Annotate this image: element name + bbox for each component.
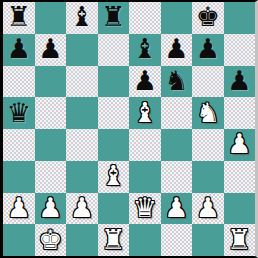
square-a7[interactable]: ♟: [3, 34, 35, 66]
square-f1[interactable]: [161, 224, 193, 256]
square-c4[interactable]: [66, 129, 98, 161]
square-d3[interactable]: ♝: [98, 161, 130, 193]
square-f8[interactable]: [161, 2, 193, 34]
piece-white-pawn[interactable]: ♟: [70, 194, 94, 221]
piece-white-rook[interactable]: ♜: [101, 226, 125, 253]
piece-white-bishop[interactable]: ♝: [101, 162, 125, 189]
square-e1[interactable]: [129, 224, 161, 256]
square-e8[interactable]: [129, 2, 161, 34]
piece-black-pawn[interactable]: ♟: [38, 35, 62, 62]
square-a8[interactable]: ♜: [3, 2, 35, 34]
square-a1[interactable]: [3, 224, 35, 256]
piece-white-pawn[interactable]: ♟: [164, 194, 188, 221]
square-c7[interactable]: [66, 34, 98, 66]
square-c6[interactable]: [66, 66, 98, 98]
square-h3[interactable]: [224, 161, 256, 193]
square-h2[interactable]: [224, 193, 256, 225]
square-d7[interactable]: [98, 34, 130, 66]
piece-black-rook[interactable]: ♜: [101, 3, 125, 30]
piece-black-pawn[interactable]: ♟: [133, 67, 157, 94]
square-a3[interactable]: [3, 161, 35, 193]
piece-black-king[interactable]: ♚: [196, 3, 220, 30]
square-d8[interactable]: ♜: [98, 2, 130, 34]
square-c1[interactable]: [66, 224, 98, 256]
piece-white-pawn[interactable]: ♟: [7, 194, 31, 221]
square-e2[interactable]: ♛: [129, 193, 161, 225]
square-a4[interactable]: [3, 129, 35, 161]
square-f6[interactable]: ♞: [161, 66, 193, 98]
square-b7[interactable]: ♟: [35, 34, 67, 66]
piece-black-bishop[interactable]: ♝: [70, 3, 94, 30]
square-a2[interactable]: ♟: [3, 193, 35, 225]
square-c8[interactable]: ♝: [66, 2, 98, 34]
square-c2[interactable]: ♟: [66, 193, 98, 225]
square-e3[interactable]: [129, 161, 161, 193]
piece-black-pawn[interactable]: ♟: [164, 35, 188, 62]
square-b2[interactable]: ♟: [35, 193, 67, 225]
piece-white-knight[interactable]: ♞: [196, 99, 220, 126]
piece-white-king[interactable]: ♚: [38, 226, 62, 253]
square-d2[interactable]: [98, 193, 130, 225]
piece-black-queen[interactable]: ♛: [7, 99, 31, 126]
square-h6[interactable]: ♟: [224, 66, 256, 98]
piece-black-bishop[interactable]: ♝: [133, 35, 157, 62]
square-e5[interactable]: ♝: [129, 97, 161, 129]
square-a6[interactable]: [3, 66, 35, 98]
square-f3[interactable]: [161, 161, 193, 193]
piece-black-pawn[interactable]: ♟: [227, 67, 251, 94]
square-g5[interactable]: ♞: [192, 97, 224, 129]
square-h8[interactable]: [224, 2, 256, 34]
chess-board: ♜♝♜♚♟♟♝♟♟♟♞♟♛♝♞♟♝♟♟♟♛♟♟♚♜♜: [3, 2, 255, 256]
piece-black-knight[interactable]: ♞: [164, 67, 188, 94]
square-c3[interactable]: [66, 161, 98, 193]
square-g7[interactable]: ♟: [192, 34, 224, 66]
square-b1[interactable]: ♚: [35, 224, 67, 256]
piece-white-bishop[interactable]: ♝: [133, 99, 157, 126]
square-g8[interactable]: ♚: [192, 2, 224, 34]
square-d4[interactable]: [98, 129, 130, 161]
square-a5[interactable]: ♛: [3, 97, 35, 129]
square-h7[interactable]: [224, 34, 256, 66]
square-b6[interactable]: [35, 66, 67, 98]
square-b3[interactable]: [35, 161, 67, 193]
square-d5[interactable]: [98, 97, 130, 129]
piece-white-rook[interactable]: ♜: [227, 226, 251, 253]
square-g1[interactable]: [192, 224, 224, 256]
piece-white-pawn[interactable]: ♟: [227, 130, 251, 157]
square-e7[interactable]: ♝: [129, 34, 161, 66]
square-b8[interactable]: [35, 2, 67, 34]
square-b4[interactable]: [35, 129, 67, 161]
piece-black-pawn[interactable]: ♟: [7, 35, 31, 62]
chess-board-frame: ♜♝♜♚♟♟♝♟♟♟♞♟♛♝♞♟♝♟♟♟♛♟♟♚♜♜: [0, 0, 258, 258]
piece-black-rook[interactable]: ♜: [7, 3, 31, 30]
square-b5[interactable]: [35, 97, 67, 129]
square-c5[interactable]: [66, 97, 98, 129]
square-d6[interactable]: [98, 66, 130, 98]
square-f7[interactable]: ♟: [161, 34, 193, 66]
piece-white-queen[interactable]: ♛: [133, 194, 157, 221]
square-f4[interactable]: [161, 129, 193, 161]
square-g2[interactable]: ♟: [192, 193, 224, 225]
piece-white-pawn[interactable]: ♟: [38, 194, 62, 221]
piece-white-pawn[interactable]: ♟: [196, 194, 220, 221]
square-f2[interactable]: ♟: [161, 193, 193, 225]
square-h4[interactable]: ♟: [224, 129, 256, 161]
square-d1[interactable]: ♜: [98, 224, 130, 256]
square-g4[interactable]: [192, 129, 224, 161]
square-f5[interactable]: [161, 97, 193, 129]
square-h1[interactable]: ♜: [224, 224, 256, 256]
piece-black-pawn[interactable]: ♟: [196, 35, 220, 62]
square-g3[interactable]: [192, 161, 224, 193]
square-e4[interactable]: [129, 129, 161, 161]
square-g6[interactable]: [192, 66, 224, 98]
square-h5[interactable]: [224, 97, 256, 129]
square-e6[interactable]: ♟: [129, 66, 161, 98]
